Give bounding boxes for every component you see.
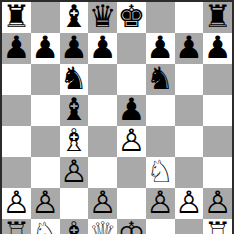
piece-black-pawn: ♟ — [204, 32, 232, 63]
square-g5[interactable] — [175, 95, 204, 126]
piece-black-king: ♚ — [117, 1, 145, 32]
piece-white-pawn: ♙ — [31, 187, 59, 218]
square-b6[interactable] — [31, 64, 60, 95]
square-h6[interactable] — [203, 64, 232, 95]
square-a1[interactable]: ♖ — [2, 219, 31, 234]
square-h7[interactable]: ♟ — [203, 33, 232, 64]
square-e4[interactable]: ♙ — [117, 126, 146, 157]
piece-white-pawn: ♙ — [117, 125, 145, 156]
piece-white-pawn: ♙ — [146, 187, 174, 218]
square-a6[interactable] — [2, 64, 31, 95]
piece-white-bishop: ♗ — [60, 125, 88, 156]
square-c3[interactable]: ♙ — [60, 157, 89, 188]
square-h4[interactable] — [203, 126, 232, 157]
piece-black-pawn: ♟ — [89, 32, 117, 63]
square-b4[interactable] — [31, 126, 60, 157]
piece-white-pawn: ♙ — [60, 156, 88, 187]
piece-black-knight: ♞ — [60, 63, 88, 94]
square-b1[interactable]: ♘ — [31, 219, 60, 234]
square-e7[interactable] — [117, 33, 146, 64]
square-h1[interactable]: ♖ — [203, 219, 232, 234]
piece-white-king: ♔ — [117, 218, 145, 234]
piece-black-bishop: ♝ — [60, 1, 88, 32]
piece-black-pawn: ♟ — [175, 32, 203, 63]
square-d4[interactable] — [88, 126, 117, 157]
square-d5[interactable] — [88, 95, 117, 126]
square-g2[interactable]: ♙ — [175, 188, 204, 219]
square-h5[interactable] — [203, 95, 232, 126]
square-g7[interactable]: ♟ — [175, 33, 204, 64]
square-d6[interactable] — [88, 64, 117, 95]
square-e8[interactable]: ♚ — [117, 2, 146, 33]
square-g1[interactable] — [175, 219, 204, 234]
square-d7[interactable]: ♟ — [88, 33, 117, 64]
piece-black-pawn: ♟ — [117, 94, 145, 125]
square-g4[interactable] — [175, 126, 204, 157]
chess-diagram: ♜♝♛♚♜♟♟♟♟♟♟♟♞♞♝♟♗♙♙♘♙♙♙♙♙♙♖♘♗♕♔♖ — [0, 0, 234, 234]
square-c1[interactable]: ♗ — [60, 219, 89, 234]
square-d1[interactable]: ♕ — [88, 219, 117, 234]
piece-black-pawn: ♟ — [2, 32, 30, 63]
square-f1[interactable] — [146, 219, 175, 234]
square-f2[interactable]: ♙ — [146, 188, 175, 219]
piece-black-pawn: ♟ — [31, 32, 59, 63]
piece-white-pawn: ♙ — [89, 187, 117, 218]
piece-white-knight: ♘ — [146, 156, 174, 187]
square-g6[interactable] — [175, 64, 204, 95]
piece-black-pawn: ♟ — [146, 32, 174, 63]
piece-white-rook: ♖ — [2, 218, 30, 234]
square-a5[interactable] — [2, 95, 31, 126]
piece-white-knight: ♘ — [31, 218, 59, 234]
piece-white-bishop: ♗ — [60, 218, 88, 234]
piece-black-rook: ♜ — [204, 1, 232, 32]
square-b7[interactable]: ♟ — [31, 33, 60, 64]
piece-white-pawn: ♙ — [2, 187, 30, 218]
chess-board: ♜♝♛♚♜♟♟♟♟♟♟♟♞♞♝♟♗♙♙♘♙♙♙♙♙♙♖♘♗♕♔♖ — [0, 0, 234, 234]
piece-black-rook: ♜ — [2, 1, 30, 32]
piece-black-pawn: ♟ — [60, 32, 88, 63]
square-b5[interactable] — [31, 95, 60, 126]
piece-black-knight: ♞ — [146, 63, 174, 94]
square-a4[interactable] — [2, 126, 31, 157]
piece-white-rook: ♖ — [204, 218, 232, 234]
piece-white-pawn: ♙ — [204, 187, 232, 218]
piece-black-bishop: ♝ — [60, 94, 88, 125]
square-a7[interactable]: ♟ — [2, 33, 31, 64]
square-e1[interactable]: ♔ — [117, 219, 146, 234]
square-e3[interactable] — [117, 157, 146, 188]
piece-white-queen: ♕ — [89, 218, 117, 234]
piece-white-pawn: ♙ — [175, 187, 203, 218]
square-f5[interactable] — [146, 95, 175, 126]
piece-black-queen: ♛ — [89, 1, 117, 32]
square-f6[interactable]: ♞ — [146, 64, 175, 95]
